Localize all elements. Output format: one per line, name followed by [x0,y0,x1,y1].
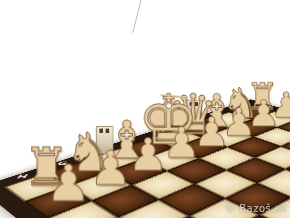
king-cross-pin [160,94,186,98]
chess-board: ♜♞♝♚♛♝♞♜♟♟♟♟♟♟♟♟ HGFEDCBA [0,99,290,218]
scratch-line [132,0,142,33]
white-pawn-h2[interactable]: ♟ [44,160,92,208]
white-pawn-g2[interactable]: ♟ [88,146,133,191]
board-grid: ♜♞♝♚♛♝♞♜♟♟♟♟♟♟♟♟ [4,105,290,218]
chess-set-photo: ♜♞♝♚♛♝♞♜♟♟♟♟♟♟♟♟ HGFEDCBA © Bazoš.sk [0,0,290,218]
watermark: © Bazoš.sk [225,203,287,214]
